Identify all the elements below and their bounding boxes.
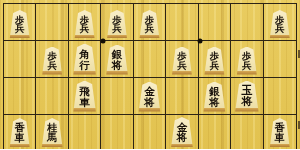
piece-kanji: 車: [15, 133, 25, 143]
square-4f[interactable]: [166, 4, 198, 41]
star-point-1: [101, 39, 106, 44]
square-2f[interactable]: [231, 4, 263, 41]
piece-kanji: 兵: [47, 61, 57, 71]
piece-kanji: 桂: [47, 123, 57, 133]
square-5f[interactable]: 歩兵: [134, 4, 166, 41]
piece-kanji: 歩: [145, 15, 155, 25]
square-3i[interactable]: [199, 115, 231, 150]
piece-lance-9i[interactable]: 香車: [9, 118, 31, 147]
square-5g[interactable]: [134, 41, 166, 78]
piece-kanji: 将: [209, 97, 220, 108]
square-2i[interactable]: [231, 115, 263, 150]
square-6h[interactable]: [101, 78, 133, 115]
piece-kanji: 将: [112, 60, 123, 71]
piece-kanji: 馬: [47, 133, 57, 143]
piece-knight-8i[interactable]: 桂馬: [41, 118, 64, 147]
square-2g[interactable]: 歩兵: [231, 41, 263, 78]
piece-pawn-2g[interactable]: 歩兵: [236, 47, 258, 75]
square-8h[interactable]: [36, 78, 68, 115]
piece-kanji: 兵: [242, 61, 252, 71]
piece-kanji: 兵: [112, 24, 122, 34]
piece-silver-6g[interactable]: 銀将: [105, 45, 129, 75]
piece-kanji: 角: [79, 49, 90, 60]
square-6g[interactable]: 銀将: [101, 41, 133, 78]
square-3h[interactable]: 銀将: [199, 78, 231, 115]
piece-kanji: 兵: [210, 61, 220, 71]
square-3g[interactable]: 歩兵: [199, 41, 231, 78]
piece-pawn-3g[interactable]: 歩兵: [203, 47, 225, 75]
piece-king-2h[interactable]: 玉将: [234, 81, 260, 112]
square-4i[interactable]: 金将: [166, 115, 198, 150]
piece-kanji: 歩: [242, 51, 252, 61]
square-9g[interactable]: [4, 41, 36, 78]
piece-kanji: 玉: [241, 85, 252, 96]
square-6f[interactable]: 歩兵: [101, 4, 133, 41]
piece-pawn-5f[interactable]: 歩兵: [138, 10, 160, 38]
piece-kanji: 銀: [209, 86, 220, 97]
piece-rook-7h[interactable]: 飛車: [72, 81, 97, 112]
square-9h[interactable]: [4, 78, 36, 115]
piece-kanji: 歩: [15, 15, 25, 25]
piece-pawn-4g[interactable]: 歩兵: [171, 47, 193, 75]
square-1f[interactable]: 歩兵: [264, 4, 296, 41]
square-7f[interactable]: 歩兵: [69, 4, 101, 41]
piece-pawn-8g[interactable]: 歩兵: [41, 47, 63, 75]
piece-kanji: 歩: [177, 51, 187, 61]
piece-kanji: 兵: [145, 24, 155, 34]
square-8g[interactable]: 歩兵: [36, 41, 68, 78]
piece-pawn-6f[interactable]: 歩兵: [106, 10, 128, 38]
piece-kanji: 金: [177, 122, 188, 133]
piece-pawn-7f[interactable]: 歩兵: [74, 10, 96, 38]
piece-kanji: 行: [79, 60, 90, 71]
piece-kanji: 飛: [79, 86, 90, 97]
square-1i[interactable]: 香車: [264, 115, 296, 150]
square-8f[interactable]: [36, 4, 68, 41]
piece-kanji: 歩: [47, 51, 57, 61]
square-9f[interactable]: 歩兵: [4, 4, 36, 41]
piece-kanji: 歩: [112, 15, 122, 25]
piece-gold-5h[interactable]: 金将: [137, 82, 161, 112]
piece-kanji: 兵: [275, 24, 285, 34]
cropped-edge-piece-fragment: [298, 50, 300, 58]
square-4h[interactable]: [166, 78, 198, 115]
cropped-edge-piece-fragment: [298, 121, 300, 129]
piece-kanji: 車: [79, 97, 90, 108]
square-5i[interactable]: [134, 115, 166, 150]
piece-kanji: 歩: [80, 15, 90, 25]
square-1g[interactable]: [264, 41, 296, 78]
square-1h[interactable]: [264, 78, 296, 115]
piece-pawn-9f[interactable]: 歩兵: [9, 10, 31, 38]
shogi-board: 歩兵歩兵歩兵歩兵歩兵歩兵角行銀将歩兵歩兵歩兵飛車金将銀将玉将香車桂馬金将香車: [0, 0, 300, 149]
piece-kanji: 車: [275, 133, 285, 143]
square-4g[interactable]: 歩兵: [166, 41, 198, 78]
piece-gold-4i[interactable]: 金将: [170, 117, 194, 147]
piece-kanji: 金: [144, 86, 155, 97]
piece-kanji: 香: [15, 123, 25, 133]
piece-kanji: 将: [177, 132, 188, 143]
piece-kanji: 兵: [177, 61, 187, 71]
square-6i[interactable]: [101, 115, 133, 150]
piece-kanji: 銀: [112, 49, 123, 60]
piece-kanji: 将: [144, 97, 155, 108]
piece-kanji: 香: [275, 123, 285, 133]
square-8i[interactable]: 桂馬: [36, 115, 68, 150]
square-5h[interactable]: 金将: [134, 78, 166, 115]
board-grid: 歩兵歩兵歩兵歩兵歩兵歩兵角行銀将歩兵歩兵歩兵飛車金将銀将玉将香車桂馬金将香車: [3, 3, 297, 149]
square-2h[interactable]: 玉将: [231, 78, 263, 115]
piece-kanji: 歩: [210, 51, 220, 61]
piece-kanji: 兵: [80, 24, 90, 34]
square-3f[interactable]: [199, 4, 231, 41]
square-7h[interactable]: 飛車: [69, 78, 101, 115]
star-point-2: [198, 39, 203, 44]
piece-kanji: 将: [241, 96, 252, 107]
square-7g[interactable]: 角行: [69, 41, 101, 78]
piece-bishop-7g[interactable]: 角行: [72, 44, 97, 75]
square-7i[interactable]: [69, 115, 101, 150]
square-9i[interactable]: 香車: [4, 115, 36, 150]
piece-lance-1i[interactable]: 香車: [269, 118, 291, 147]
piece-pawn-1f[interactable]: 歩兵: [269, 10, 291, 38]
piece-kanji: 歩: [275, 15, 285, 25]
piece-silver-3h[interactable]: 銀将: [202, 82, 226, 112]
piece-kanji: 兵: [15, 24, 25, 34]
